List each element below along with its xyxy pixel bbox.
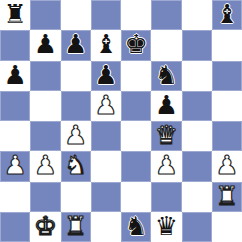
square-e8[interactable]: [121, 0, 151, 30]
square-c3[interactable]: ♞: [61, 151, 91, 181]
square-c8[interactable]: [61, 0, 91, 30]
square-a5[interactable]: [0, 91, 30, 121]
black-pawn-piece[interactable]: ♟: [34, 31, 57, 57]
white-pawn-piece[interactable]: ♟: [155, 152, 178, 178]
square-h3[interactable]: ♟: [212, 151, 242, 181]
black-knight-piece[interactable]: ♞: [124, 213, 147, 239]
square-f7[interactable]: [151, 30, 181, 60]
square-g4[interactable]: [182, 121, 212, 151]
square-b4[interactable]: [30, 121, 60, 151]
black-rook-piece[interactable]: ♜: [3, 1, 26, 27]
square-g5[interactable]: [182, 91, 212, 121]
square-c7[interactable]: ♟: [61, 30, 91, 60]
square-h2[interactable]: ♜: [212, 182, 242, 212]
square-b2[interactable]: [30, 182, 60, 212]
square-c1[interactable]: ♜: [61, 212, 91, 242]
square-e3[interactable]: [121, 151, 151, 181]
white-rook-piece[interactable]: ♜: [215, 183, 238, 209]
square-e1[interactable]: ♞: [121, 212, 151, 242]
square-a1[interactable]: [0, 212, 30, 242]
square-d8[interactable]: [91, 0, 121, 30]
square-f2[interactable]: [151, 182, 181, 212]
square-h8[interactable]: ♝: [212, 0, 242, 30]
square-e4[interactable]: [121, 121, 151, 151]
square-g1[interactable]: [182, 212, 212, 242]
square-f3[interactable]: ♟: [151, 151, 181, 181]
white-pawn-piece[interactable]: ♟: [64, 122, 87, 148]
square-c4[interactable]: ♟: [61, 121, 91, 151]
square-h4[interactable]: [212, 121, 242, 151]
square-d4[interactable]: [91, 121, 121, 151]
square-f1[interactable]: ♛: [151, 212, 181, 242]
black-pawn-piece[interactable]: ♟: [64, 31, 87, 57]
white-pawn-piece[interactable]: ♟: [94, 92, 117, 118]
square-d3[interactable]: [91, 151, 121, 181]
square-a3[interactable]: ♟: [0, 151, 30, 181]
square-a8[interactable]: ♜: [0, 0, 30, 30]
black-queen-piece[interactable]: ♛: [155, 213, 178, 239]
square-f6[interactable]: ♞: [151, 61, 181, 91]
square-e7[interactable]: ♚: [121, 30, 151, 60]
square-g8[interactable]: [182, 0, 212, 30]
white-king-piece[interactable]: ♚: [34, 213, 57, 239]
square-g7[interactable]: [182, 30, 212, 60]
white-rook-piece[interactable]: ♜: [64, 213, 87, 239]
square-e5[interactable]: [121, 91, 151, 121]
square-f5[interactable]: ♟: [151, 91, 181, 121]
square-b5[interactable]: [30, 91, 60, 121]
square-b3[interactable]: ♟: [30, 151, 60, 181]
white-knight-piece[interactable]: ♞: [64, 152, 87, 178]
square-g6[interactable]: [182, 61, 212, 91]
square-g2[interactable]: [182, 182, 212, 212]
square-a7[interactable]: [0, 30, 30, 60]
black-pawn-piece[interactable]: ♟: [94, 62, 117, 88]
square-a2[interactable]: [0, 182, 30, 212]
square-d1[interactable]: [91, 212, 121, 242]
square-b7[interactable]: ♟: [30, 30, 60, 60]
black-bishop-piece[interactable]: ♝: [215, 1, 238, 27]
white-pawn-piece[interactable]: ♟: [34, 152, 57, 178]
square-a4[interactable]: [0, 121, 30, 151]
square-g3[interactable]: [182, 151, 212, 181]
square-h1[interactable]: [212, 212, 242, 242]
square-b8[interactable]: [30, 0, 60, 30]
black-pawn-piece[interactable]: ♟: [3, 62, 26, 88]
square-c2[interactable]: [61, 182, 91, 212]
square-c6[interactable]: [61, 61, 91, 91]
square-h5[interactable]: [212, 91, 242, 121]
square-b1[interactable]: ♚: [30, 212, 60, 242]
square-e2[interactable]: [121, 182, 151, 212]
square-f4[interactable]: ♛: [151, 121, 181, 151]
black-king-piece[interactable]: ♚: [124, 31, 147, 57]
black-bishop-piece[interactable]: ♝: [94, 31, 117, 57]
square-d5[interactable]: ♟: [91, 91, 121, 121]
square-d2[interactable]: [91, 182, 121, 212]
square-d6[interactable]: ♟: [91, 61, 121, 91]
square-e6[interactable]: [121, 61, 151, 91]
white-pawn-piece[interactable]: ♟: [3, 152, 26, 178]
black-knight-piece[interactable]: ♞: [155, 62, 178, 88]
square-d7[interactable]: ♝: [91, 30, 121, 60]
square-b6[interactable]: [30, 61, 60, 91]
black-pawn-piece[interactable]: ♟: [155, 92, 178, 118]
square-h6[interactable]: [212, 61, 242, 91]
white-pawn-piece[interactable]: ♟: [215, 152, 238, 178]
square-h7[interactable]: [212, 30, 242, 60]
square-f8[interactable]: [151, 0, 181, 30]
chess-board: ♜♝♟♟♝♚♟♟♞♟♟♟♛♟♟♞♟♟♜♚♜♞♛: [0, 0, 242, 242]
square-c5[interactable]: [61, 91, 91, 121]
white-queen-piece[interactable]: ♛: [155, 122, 178, 148]
square-a6[interactable]: ♟: [0, 61, 30, 91]
